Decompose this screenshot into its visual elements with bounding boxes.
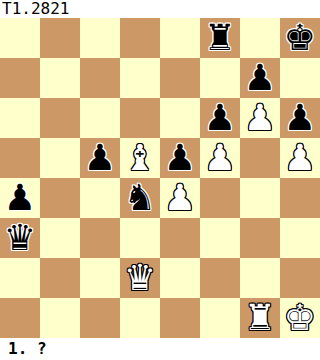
square-c5[interactable]: ♟ xyxy=(80,138,120,178)
square-e6[interactable] xyxy=(160,98,200,138)
square-f6[interactable]: ♟ xyxy=(200,98,240,138)
square-c2[interactable] xyxy=(80,258,120,298)
square-c8[interactable] xyxy=(80,18,120,58)
black-queen: ♛ xyxy=(0,218,40,258)
square-g2[interactable] xyxy=(240,258,280,298)
square-c7[interactable] xyxy=(80,58,120,98)
square-b6[interactable] xyxy=(40,98,80,138)
black-pawn: ♟ xyxy=(240,58,280,98)
chess-board: ♜♚♟♟♟♟♟♝♟♟♟♟♞♟♛♛♜♚ xyxy=(0,18,320,338)
black-pawn: ♟ xyxy=(160,138,200,178)
square-d6[interactable] xyxy=(120,98,160,138)
black-pawn: ♟ xyxy=(280,98,320,138)
square-c1[interactable] xyxy=(80,298,120,338)
square-a4[interactable]: ♟ xyxy=(0,178,40,218)
square-e8[interactable] xyxy=(160,18,200,58)
square-b1[interactable] xyxy=(40,298,80,338)
square-d7[interactable] xyxy=(120,58,160,98)
square-a1[interactable] xyxy=(0,298,40,338)
square-g6[interactable]: ♟ xyxy=(240,98,280,138)
square-d2[interactable]: ♛ xyxy=(120,258,160,298)
square-h2[interactable] xyxy=(280,258,320,298)
square-b3[interactable] xyxy=(40,218,80,258)
white-pawn: ♟ xyxy=(280,138,320,178)
square-c4[interactable] xyxy=(80,178,120,218)
square-g8[interactable] xyxy=(240,18,280,58)
square-d8[interactable] xyxy=(120,18,160,58)
black-pawn: ♟ xyxy=(0,178,40,218)
square-d3[interactable] xyxy=(120,218,160,258)
move-prompt: 1. ? xyxy=(0,338,320,360)
square-a5[interactable] xyxy=(0,138,40,178)
white-pawn: ♟ xyxy=(240,98,280,138)
black-knight: ♞ xyxy=(120,178,160,218)
square-d1[interactable] xyxy=(120,298,160,338)
square-a6[interactable] xyxy=(0,98,40,138)
square-b4[interactable] xyxy=(40,178,80,218)
square-d5[interactable]: ♝ xyxy=(120,138,160,178)
square-b5[interactable] xyxy=(40,138,80,178)
chess-puzzle-page: T1.2821 ♜♚♟♟♟♟♟♝♟♟♟♟♞♟♛♛♜♚ 1. ? xyxy=(0,0,320,360)
square-g3[interactable] xyxy=(240,218,280,258)
white-queen: ♛ xyxy=(120,258,160,298)
square-f4[interactable] xyxy=(200,178,240,218)
white-pawn: ♟ xyxy=(160,178,200,218)
square-f5[interactable]: ♟ xyxy=(200,138,240,178)
black-king: ♚ xyxy=(280,18,320,58)
square-g1[interactable]: ♜ xyxy=(240,298,280,338)
square-f2[interactable] xyxy=(200,258,240,298)
white-king: ♚ xyxy=(280,298,320,338)
square-h8[interactable]: ♚ xyxy=(280,18,320,58)
square-g5[interactable] xyxy=(240,138,280,178)
square-b7[interactable] xyxy=(40,58,80,98)
square-f3[interactable] xyxy=(200,218,240,258)
square-h7[interactable] xyxy=(280,58,320,98)
square-a7[interactable] xyxy=(0,58,40,98)
black-rook: ♜ xyxy=(200,18,240,58)
square-g7[interactable]: ♟ xyxy=(240,58,280,98)
white-bishop: ♝ xyxy=(120,138,160,178)
square-e4[interactable]: ♟ xyxy=(160,178,200,218)
square-h6[interactable]: ♟ xyxy=(280,98,320,138)
puzzle-id: T1.2821 xyxy=(0,0,320,18)
square-e1[interactable] xyxy=(160,298,200,338)
square-d4[interactable]: ♞ xyxy=(120,178,160,218)
square-a3[interactable]: ♛ xyxy=(0,218,40,258)
white-pawn: ♟ xyxy=(200,138,240,178)
square-e3[interactable] xyxy=(160,218,200,258)
black-pawn: ♟ xyxy=(200,98,240,138)
square-a2[interactable] xyxy=(0,258,40,298)
square-h4[interactable] xyxy=(280,178,320,218)
square-b8[interactable] xyxy=(40,18,80,58)
square-e7[interactable] xyxy=(160,58,200,98)
square-c6[interactable] xyxy=(80,98,120,138)
square-a8[interactable] xyxy=(0,18,40,58)
square-b2[interactable] xyxy=(40,258,80,298)
square-h3[interactable] xyxy=(280,218,320,258)
square-f8[interactable]: ♜ xyxy=(200,18,240,58)
square-f7[interactable] xyxy=(200,58,240,98)
black-pawn: ♟ xyxy=(80,138,120,178)
white-rook: ♜ xyxy=(240,298,280,338)
square-g4[interactable] xyxy=(240,178,280,218)
square-h5[interactable]: ♟ xyxy=(280,138,320,178)
square-e5[interactable]: ♟ xyxy=(160,138,200,178)
square-h1[interactable]: ♚ xyxy=(280,298,320,338)
square-f1[interactable] xyxy=(200,298,240,338)
square-e2[interactable] xyxy=(160,258,200,298)
square-c3[interactable] xyxy=(80,218,120,258)
